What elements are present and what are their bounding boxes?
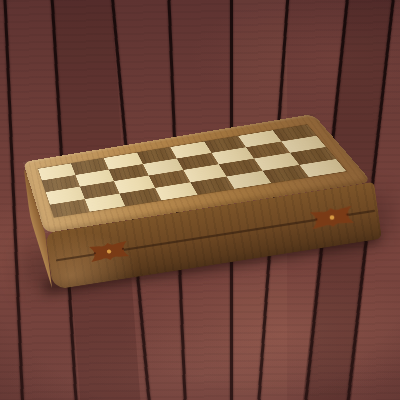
chess-board-box: [0, 0, 400, 400]
photo-scene: [0, 0, 400, 400]
